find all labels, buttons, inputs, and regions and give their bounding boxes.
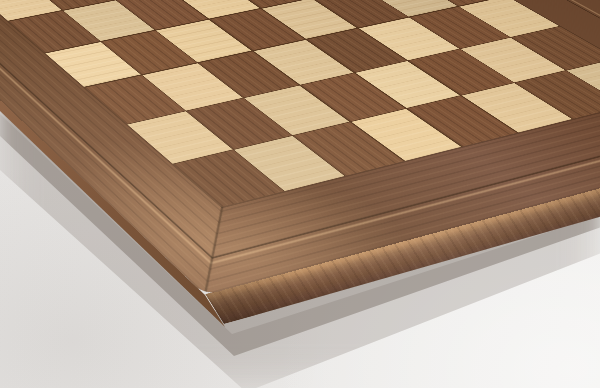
photo-canvas	[0, 0, 600, 388]
